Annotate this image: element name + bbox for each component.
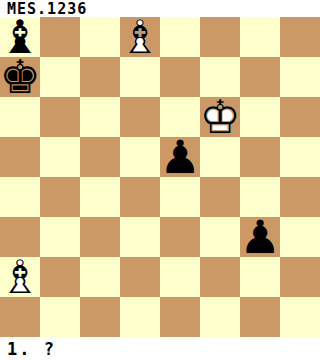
white-bishop-fill: ♝	[120, 17, 160, 57]
chess-diagram: MES.1236 ♝♝♗♚♚♔♟♟♝♗ 1. ?	[0, 0, 320, 360]
chess-board: ♝♝♗♚♚♔♟♟♝♗	[0, 17, 320, 337]
square-c4[interactable]	[80, 177, 120, 217]
square-d7[interactable]	[120, 57, 160, 97]
square-g3[interactable]: ♟	[240, 217, 280, 257]
square-c3[interactable]	[80, 217, 120, 257]
square-c1[interactable]	[80, 297, 120, 337]
square-a6[interactable]	[0, 97, 40, 137]
square-d8[interactable]: ♝♗	[120, 17, 160, 57]
black-pawn-icon: ♟	[160, 137, 200, 177]
square-d1[interactable]	[120, 297, 160, 337]
square-g6[interactable]	[240, 97, 280, 137]
square-a4[interactable]	[0, 177, 40, 217]
square-h8[interactable]	[280, 17, 320, 57]
square-g8[interactable]	[240, 17, 280, 57]
square-h4[interactable]	[280, 177, 320, 217]
square-h5[interactable]	[280, 137, 320, 177]
square-b8[interactable]	[40, 17, 80, 57]
black-bishop-icon: ♝	[0, 17, 40, 57]
square-e5[interactable]: ♟	[160, 137, 200, 177]
white-bishop-fill: ♝	[0, 257, 40, 297]
square-d6[interactable]	[120, 97, 160, 137]
square-b5[interactable]	[40, 137, 80, 177]
black-king-icon: ♚	[0, 57, 40, 97]
square-f8[interactable]	[200, 17, 240, 57]
white-bishop-icon: ♗	[120, 17, 160, 57]
square-g1[interactable]	[240, 297, 280, 337]
square-b3[interactable]	[40, 217, 80, 257]
square-f5[interactable]	[200, 137, 240, 177]
square-a1[interactable]	[0, 297, 40, 337]
white-bishop-icon: ♗	[0, 257, 40, 297]
square-a7[interactable]: ♚	[0, 57, 40, 97]
square-d3[interactable]	[120, 217, 160, 257]
square-f1[interactable]	[200, 297, 240, 337]
square-e1[interactable]	[160, 297, 200, 337]
black-pawn-icon: ♟	[240, 217, 280, 257]
square-e2[interactable]	[160, 257, 200, 297]
square-b1[interactable]	[40, 297, 80, 337]
square-h6[interactable]	[280, 97, 320, 137]
square-a2[interactable]: ♝♗	[0, 257, 40, 297]
square-f2[interactable]	[200, 257, 240, 297]
square-a3[interactable]	[0, 217, 40, 257]
square-e4[interactable]	[160, 177, 200, 217]
square-e3[interactable]	[160, 217, 200, 257]
square-a8[interactable]: ♝	[0, 17, 40, 57]
square-c7[interactable]	[80, 57, 120, 97]
square-d4[interactable]	[120, 177, 160, 217]
square-e7[interactable]	[160, 57, 200, 97]
square-d2[interactable]	[120, 257, 160, 297]
square-b2[interactable]	[40, 257, 80, 297]
problem-id-label: MES.1236	[0, 0, 320, 17]
square-h1[interactable]	[280, 297, 320, 337]
white-king-icon: ♔	[200, 97, 240, 137]
square-c2[interactable]	[80, 257, 120, 297]
square-g5[interactable]	[240, 137, 280, 177]
square-f4[interactable]	[200, 177, 240, 217]
square-b7[interactable]	[40, 57, 80, 97]
square-f3[interactable]	[200, 217, 240, 257]
square-g4[interactable]	[240, 177, 280, 217]
square-g2[interactable]	[240, 257, 280, 297]
square-e6[interactable]	[160, 97, 200, 137]
square-b6[interactable]	[40, 97, 80, 137]
square-c5[interactable]	[80, 137, 120, 177]
square-b4[interactable]	[40, 177, 80, 217]
square-e8[interactable]	[160, 17, 200, 57]
square-a5[interactable]	[0, 137, 40, 177]
square-h7[interactable]	[280, 57, 320, 97]
move-prompt: 1. ?	[0, 337, 320, 360]
square-c6[interactable]	[80, 97, 120, 137]
square-h2[interactable]	[280, 257, 320, 297]
square-f7[interactable]	[200, 57, 240, 97]
square-f6[interactable]: ♚♔	[200, 97, 240, 137]
square-g7[interactable]	[240, 57, 280, 97]
square-d5[interactable]	[120, 137, 160, 177]
square-h3[interactable]	[280, 217, 320, 257]
square-c8[interactable]	[80, 17, 120, 57]
white-king-fill: ♚	[200, 97, 240, 137]
